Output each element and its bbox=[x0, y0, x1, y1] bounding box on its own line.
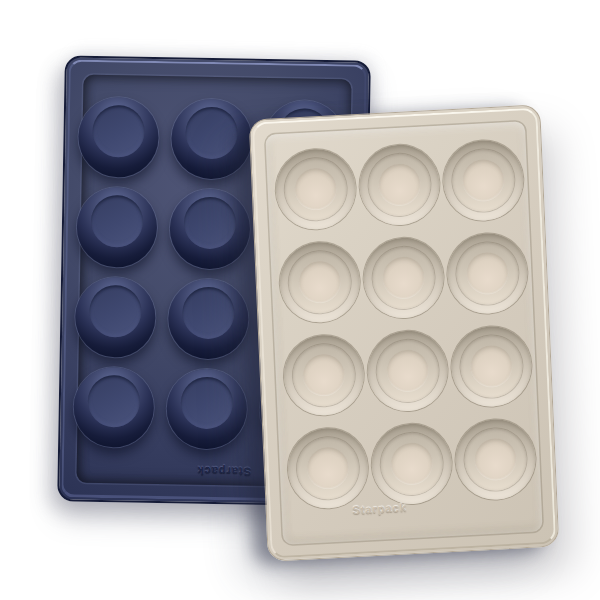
cream-cup-grid bbox=[274, 138, 537, 510]
navy-pan-brand-emboss: Starpack bbox=[179, 463, 269, 479]
muffin-cup-cavity bbox=[274, 147, 357, 231]
muffin-cup-dome bbox=[76, 187, 157, 268]
muffin-cup-dome bbox=[171, 98, 252, 179]
muffin-cup-dome bbox=[78, 97, 159, 178]
muffin-cup-cavity bbox=[366, 329, 449, 413]
muffin-cup-dome bbox=[169, 188, 250, 269]
muffin-cup-cavity bbox=[358, 143, 441, 227]
dome-top bbox=[185, 106, 238, 159]
muffin-cup-cavity bbox=[446, 231, 529, 315]
dome-top bbox=[87, 375, 140, 428]
muffin-cup-dome bbox=[168, 278, 249, 359]
dome-top bbox=[91, 195, 144, 248]
dome-top bbox=[180, 376, 233, 429]
muffin-cup-cavity bbox=[450, 324, 533, 408]
dome-top bbox=[182, 286, 235, 339]
cream-muffin-pan: Starpack bbox=[249, 104, 560, 561]
muffin-cup-cavity bbox=[370, 422, 453, 506]
muffin-cup-cavity bbox=[282, 333, 365, 417]
dome-top bbox=[89, 285, 142, 338]
dome-top bbox=[184, 196, 237, 249]
muffin-cup-dome bbox=[166, 368, 247, 449]
muffin-cup-cavity bbox=[278, 240, 361, 324]
dome-top bbox=[92, 105, 145, 158]
muffin-cup-dome bbox=[73, 367, 154, 448]
product-photo: Starpack Starpack bbox=[0, 0, 600, 600]
muffin-cup-dome bbox=[75, 277, 156, 358]
muffin-cup-cavity bbox=[442, 138, 525, 222]
muffin-cup-cavity bbox=[362, 236, 445, 320]
muffin-cup-cavity bbox=[454, 417, 537, 501]
muffin-cup-cavity bbox=[286, 426, 369, 510]
